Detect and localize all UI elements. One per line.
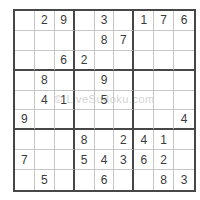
- cell-r2c9[interactable]: [174, 31, 194, 51]
- cell-r9c3[interactable]: [55, 170, 75, 190]
- cell-r7c6[interactable]: 2: [114, 130, 134, 150]
- cell-r7c2[interactable]: [35, 130, 55, 150]
- cell-r1c2[interactable]: 2: [35, 11, 55, 31]
- cell-r6c7[interactable]: [134, 110, 154, 130]
- cell-r3c5[interactable]: [95, 51, 115, 71]
- cell-r2c5[interactable]: 8: [95, 31, 115, 51]
- cell-r8c7[interactable]: 6: [134, 150, 154, 170]
- cell-r7c5[interactable]: [95, 130, 115, 150]
- cell-r2c4[interactable]: [75, 31, 95, 51]
- cell-r7c4[interactable]: 8: [75, 130, 95, 150]
- cell-r4c4[interactable]: [75, 71, 95, 91]
- cell-r5c1[interactable]: [15, 91, 35, 111]
- cell-r9c2[interactable]: 5: [35, 170, 55, 190]
- cell-r5c2[interactable]: 4: [35, 91, 55, 111]
- cell-r5c8[interactable]: [154, 91, 174, 111]
- cell-r8c4[interactable]: 5: [75, 150, 95, 170]
- cell-r6c5[interactable]: [95, 110, 115, 130]
- cell-r4c2[interactable]: 8: [35, 71, 55, 91]
- cell-r4c8[interactable]: [154, 71, 174, 91]
- cell-r6c9[interactable]: 4: [174, 110, 194, 130]
- cell-r3c3[interactable]: 6: [55, 51, 75, 71]
- cell-r2c7[interactable]: [134, 31, 154, 51]
- cell-r9c6[interactable]: [114, 170, 134, 190]
- cell-r3c9[interactable]: [174, 51, 194, 71]
- cell-r8c2[interactable]: [35, 150, 55, 170]
- cell-r7c9[interactable]: [174, 130, 194, 150]
- cell-r9c8[interactable]: 8: [154, 170, 174, 190]
- cell-r5c3[interactable]: 1: [55, 91, 75, 111]
- cell-r2c3[interactable]: [55, 31, 75, 51]
- cell-r6c1[interactable]: 9: [15, 110, 35, 130]
- cell-r7c8[interactable]: 1: [154, 130, 174, 150]
- cell-r9c4[interactable]: [75, 170, 95, 190]
- cell-r8c6[interactable]: 3: [114, 150, 134, 170]
- cell-r9c7[interactable]: [134, 170, 154, 190]
- cell-r1c1[interactable]: [15, 11, 35, 31]
- sudoku-board-container: © LiveSudoku.com 29317687628941594824175…: [13, 9, 196, 192]
- cell-r7c3[interactable]: [55, 130, 75, 150]
- cell-r5c6[interactable]: [114, 91, 134, 111]
- cell-r2c6[interactable]: 7: [114, 31, 134, 51]
- cell-r5c4[interactable]: [75, 91, 95, 111]
- cell-r4c1[interactable]: [15, 71, 35, 91]
- cell-r1c8[interactable]: 7: [154, 11, 174, 31]
- cell-r1c5[interactable]: 3: [95, 11, 115, 31]
- cell-r6c3[interactable]: [55, 110, 75, 130]
- cell-r4c6[interactable]: [114, 71, 134, 91]
- cell-r8c8[interactable]: 2: [154, 150, 174, 170]
- cell-r6c4[interactable]: [75, 110, 95, 130]
- cell-r8c5[interactable]: 4: [95, 150, 115, 170]
- cell-r2c8[interactable]: [154, 31, 174, 51]
- cell-r8c1[interactable]: 7: [15, 150, 35, 170]
- cell-r4c3[interactable]: [55, 71, 75, 91]
- cell-r1c3[interactable]: 9: [55, 11, 75, 31]
- cell-r7c1[interactable]: [15, 130, 35, 150]
- cell-r9c1[interactable]: [15, 170, 35, 190]
- cell-r3c6[interactable]: [114, 51, 134, 71]
- cell-r2c2[interactable]: [35, 31, 55, 51]
- cell-r1c9[interactable]: 6: [174, 11, 194, 31]
- cell-r6c6[interactable]: [114, 110, 134, 130]
- cell-r4c7[interactable]: [134, 71, 154, 91]
- cell-r3c8[interactable]: [154, 51, 174, 71]
- cell-r1c6[interactable]: [114, 11, 134, 31]
- cell-r1c7[interactable]: 1: [134, 11, 154, 31]
- sudoku-grid: 2931768762894159482417543625683: [13, 9, 196, 192]
- cell-r3c7[interactable]: [134, 51, 154, 71]
- cell-r8c9[interactable]: [174, 150, 194, 170]
- cell-r5c9[interactable]: [174, 91, 194, 111]
- cell-r7c7[interactable]: 4: [134, 130, 154, 150]
- cell-r4c5[interactable]: 9: [95, 71, 115, 91]
- cell-r4c9[interactable]: [174, 71, 194, 91]
- cell-r9c9[interactable]: 3: [174, 170, 194, 190]
- cell-r5c7[interactable]: [134, 91, 154, 111]
- cell-r3c1[interactable]: [15, 51, 35, 71]
- cell-r1c4[interactable]: [75, 11, 95, 31]
- cell-r3c2[interactable]: [35, 51, 55, 71]
- cell-r9c5[interactable]: 6: [95, 170, 115, 190]
- cell-r8c3[interactable]: [55, 150, 75, 170]
- cell-r6c8[interactable]: [154, 110, 174, 130]
- cell-r2c1[interactable]: [15, 31, 35, 51]
- cell-r3c4[interactable]: 2: [75, 51, 95, 71]
- cell-r6c2[interactable]: [35, 110, 55, 130]
- cell-r5c5[interactable]: 5: [95, 91, 115, 111]
